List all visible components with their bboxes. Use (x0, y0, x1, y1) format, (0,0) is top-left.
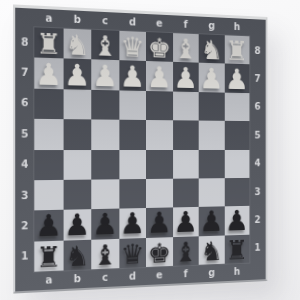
square-b3 (63, 179, 91, 210)
square-b2: ♟ (63, 209, 91, 240)
square-g6 (199, 92, 225, 121)
square-e7: ♟ (146, 61, 173, 91)
file-label-top-e: e (146, 14, 173, 33)
rank-label-right-1: 1 (249, 234, 265, 263)
piece-black-bishop-c1: ♝ (93, 241, 117, 269)
piece-white-pawn-a7: ♟ (35, 59, 62, 90)
square-f6 (173, 91, 199, 120)
square-c2: ♟ (91, 209, 119, 240)
piece-white-pawn-g7: ♟ (199, 64, 223, 93)
square-f1: ♝ (173, 236, 199, 266)
square-g1: ♞ (199, 235, 225, 265)
piece-black-pawn-a2: ♟ (35, 211, 62, 242)
square-a4 (34, 150, 63, 181)
square-e1: ♚ (146, 237, 173, 267)
piece-white-king-e8: ♚ (148, 34, 171, 62)
piece-black-knight-g1: ♞ (200, 237, 223, 264)
square-g2: ♟ (199, 207, 225, 236)
square-a8: ♜ (34, 27, 63, 58)
square-h4 (224, 149, 249, 178)
piece-white-pawn-c7: ♟ (92, 61, 118, 91)
file-label-top-a: a (34, 9, 63, 29)
file-label-bottom-e: e (146, 266, 173, 285)
square-a6 (34, 88, 63, 119)
file-label-top-f: f (173, 15, 199, 34)
file-label-top-c: c (91, 11, 119, 31)
rank-label-right-2: 2 (249, 206, 265, 235)
square-e8: ♚ (146, 32, 173, 62)
rank-label-right-3: 3 (249, 178, 265, 206)
square-h3 (224, 178, 249, 207)
square-d5 (119, 120, 146, 150)
rank-label-right-7: 7 (249, 65, 265, 94)
file-label-bottom-f: f (173, 265, 199, 284)
square-d2: ♟ (119, 208, 146, 238)
square-d1: ♛ (119, 238, 146, 269)
square-b5 (63, 119, 91, 149)
file-label-top-b: b (63, 10, 91, 30)
file-label-bottom-a: a (34, 270, 63, 290)
piece-white-knight-b8: ♞ (65, 31, 90, 60)
square-a2: ♟ (34, 210, 63, 241)
square-d6 (119, 90, 146, 120)
square-b8: ♞ (63, 29, 91, 60)
piece-white-pawn-b7: ♟ (64, 60, 91, 90)
square-d3 (119, 179, 146, 209)
piece-black-rook-a1: ♜ (36, 243, 61, 272)
rank-label-right-6: 6 (249, 93, 265, 121)
square-b1: ♞ (63, 239, 91, 270)
square-c5 (91, 120, 119, 150)
chessboard: abcdefgh abcdefgh 87654321 87654321 ♜♞♝♛… (13, 4, 267, 293)
square-g7: ♟ (199, 63, 225, 92)
square-h5 (224, 121, 249, 150)
piece-black-pawn-g2: ♟ (199, 208, 223, 237)
file-label-top-g: g (199, 17, 225, 36)
rank-label-left-7: 7 (15, 57, 34, 88)
square-f5 (173, 120, 199, 149)
piece-white-bishop-c8: ♝ (93, 32, 117, 60)
piece-black-bishop-f1: ♝ (174, 238, 197, 265)
square-f4 (173, 149, 199, 178)
file-label-bottom-h: h (224, 263, 249, 282)
rank-label-left-5: 5 (15, 119, 34, 150)
file-label-bottom-g: g (199, 264, 225, 283)
square-f8: ♝ (173, 33, 199, 63)
rank-label-left-3: 3 (15, 180, 34, 211)
piece-black-queen-d1: ♛ (121, 240, 145, 268)
square-d4 (119, 150, 146, 180)
piece-white-pawn-f7: ♟ (173, 63, 198, 92)
square-h7: ♟ (224, 64, 249, 93)
square-f2: ♟ (173, 207, 199, 237)
piece-black-pawn-d2: ♟ (120, 209, 146, 239)
rank-label-left-1: 1 (15, 241, 34, 272)
square-a1: ♜ (34, 240, 63, 271)
rank-label-left-2: 2 (15, 211, 34, 242)
square-b7: ♟ (63, 59, 91, 90)
piece-black-pawn-c2: ♟ (92, 210, 118, 240)
square-e3 (146, 179, 173, 209)
square-g3 (199, 178, 225, 207)
square-c6 (91, 90, 119, 120)
square-d7: ♟ (119, 61, 146, 91)
square-f3 (173, 178, 199, 207)
piece-black-pawn-h2: ♟ (225, 207, 249, 236)
file-label-bottom-c: c (91, 268, 119, 288)
square-e6 (146, 91, 173, 121)
square-b4 (63, 150, 91, 180)
rank-label-left-4: 4 (15, 150, 34, 181)
square-c7: ♟ (91, 60, 119, 91)
square-a7: ♟ (34, 58, 63, 89)
piece-white-queen-d8: ♛ (121, 33, 145, 61)
file-label-bottom-b: b (63, 269, 91, 289)
piece-white-pawn-e7: ♟ (147, 63, 172, 93)
square-h8: ♜ (224, 35, 249, 64)
square-g5 (199, 121, 225, 150)
square-e2: ♟ (146, 208, 173, 238)
square-b6 (63, 89, 91, 120)
square-e4 (146, 149, 173, 178)
piece-black-pawn-e2: ♟ (147, 209, 172, 239)
square-a5 (34, 119, 63, 150)
file-label-top-d: d (119, 13, 146, 32)
piece-black-king-e1: ♚ (148, 239, 171, 267)
rank-label-right-5: 5 (249, 121, 265, 149)
square-g4 (199, 149, 225, 178)
rank-labels-left: 87654321 (15, 27, 34, 273)
piece-white-pawn-h7: ♟ (225, 65, 249, 94)
file-label-bottom-d: d (119, 267, 146, 286)
rank-labels-right: 87654321 (249, 36, 265, 262)
piece-white-pawn-d7: ♟ (120, 62, 146, 92)
square-c8: ♝ (91, 30, 119, 61)
rank-label-right-8: 8 (249, 36, 265, 65)
piece-black-knight-b1: ♞ (65, 242, 90, 271)
piece-white-knight-g8: ♞ (200, 36, 223, 63)
piece-white-bishop-f8: ♝ (174, 35, 197, 62)
board-frame: abcdefgh abcdefgh 87654321 87654321 ♜♞♝♛… (13, 4, 267, 293)
square-g8: ♞ (199, 34, 225, 64)
render-background: abcdefgh abcdefgh 87654321 87654321 ♜♞♝♛… (0, 0, 300, 300)
board-squares: ♜♞♝♛♚♝♞♜♟♟♟♟♟♟♟♟♟♟♟♟♟♟♟♟♜♞♝♛♚♝♞♜ (34, 27, 249, 271)
piece-black-rook-h1: ♜ (226, 237, 248, 264)
rank-label-left-6: 6 (15, 88, 34, 119)
file-label-top-h: h (224, 18, 249, 37)
square-e5 (146, 120, 173, 149)
square-h6 (224, 92, 249, 121)
square-c3 (91, 179, 119, 209)
square-c1: ♝ (91, 238, 119, 269)
square-d8: ♛ (119, 31, 146, 62)
piece-white-rook-a8: ♜ (36, 30, 61, 59)
piece-black-pawn-b2: ♟ (64, 211, 91, 241)
piece-black-pawn-f2: ♟ (173, 208, 198, 237)
piece-white-rook-h8: ♜ (226, 37, 248, 64)
square-f7: ♟ (173, 62, 199, 92)
square-h1: ♜ (224, 234, 249, 263)
square-h2: ♟ (224, 206, 249, 235)
rank-label-right-4: 4 (249, 149, 265, 177)
square-a3 (34, 180, 63, 211)
rank-label-left-8: 8 (15, 27, 34, 58)
square-c4 (91, 150, 119, 180)
